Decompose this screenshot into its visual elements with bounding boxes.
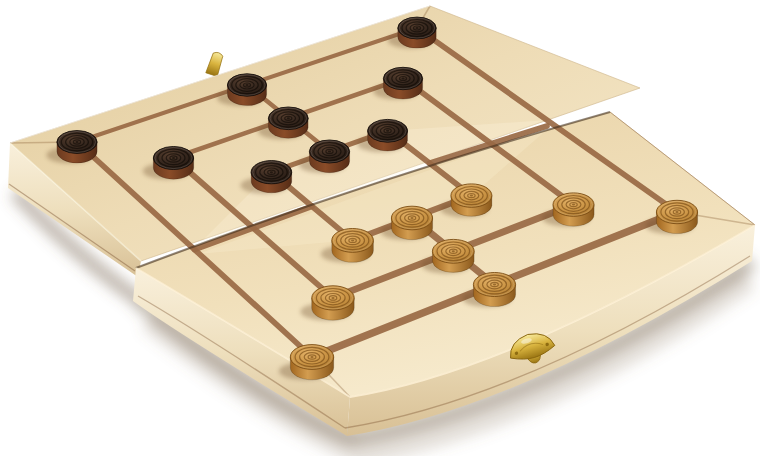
rear-clasp-tip bbox=[206, 51, 225, 77]
product-photo-canvas bbox=[0, 0, 760, 456]
nine-mens-morris-board bbox=[0, 0, 760, 456]
